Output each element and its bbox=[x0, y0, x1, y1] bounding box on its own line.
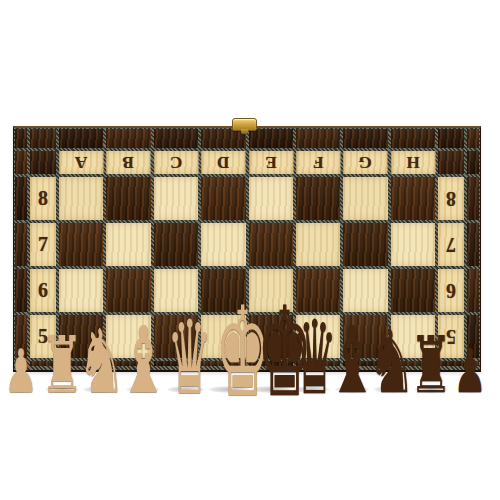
coordinate-letter-h: H bbox=[391, 151, 435, 174]
border-wood-cell bbox=[15, 129, 27, 148]
square-d8 bbox=[201, 177, 245, 220]
square-h8 bbox=[391, 177, 435, 220]
square-b6 bbox=[106, 269, 150, 312]
brass-clasp bbox=[232, 118, 257, 131]
coordinate-number-right-7: 7 bbox=[438, 223, 464, 266]
border-wood-cell bbox=[391, 129, 435, 148]
square-g6 bbox=[343, 269, 387, 312]
square-e8 bbox=[249, 177, 293, 220]
border-wood-cell bbox=[438, 151, 464, 174]
coordinate-number-left-6: 6 bbox=[30, 269, 56, 312]
square-g7 bbox=[343, 223, 387, 266]
square-c7 bbox=[154, 223, 198, 266]
square-a7 bbox=[59, 223, 103, 266]
square-a6 bbox=[59, 269, 103, 312]
coordinate-number-left-7: 7 bbox=[30, 223, 56, 266]
square-h6 bbox=[391, 269, 435, 312]
square-c8 bbox=[154, 177, 198, 220]
coordinate-number-right-8: 8 bbox=[438, 177, 464, 220]
black-pawn-glyph: ♟ bbox=[453, 341, 486, 401]
border-wood-cell bbox=[30, 129, 56, 148]
square-f8 bbox=[296, 177, 340, 220]
border-wood-cell bbox=[467, 151, 479, 174]
square-d7 bbox=[201, 223, 245, 266]
coordinate-letter-c: C bbox=[154, 151, 198, 174]
border-wood-cell bbox=[467, 129, 479, 148]
square-e7 bbox=[249, 223, 293, 266]
border-wood-cell bbox=[467, 177, 479, 220]
coordinate-letter-e: E bbox=[249, 151, 293, 174]
coordinate-letter-b: B bbox=[106, 151, 150, 174]
border-wood-cell bbox=[59, 129, 103, 148]
square-h7 bbox=[391, 223, 435, 266]
coordinate-letter-d: D bbox=[201, 151, 245, 174]
piece-black-pawn: ♟ bbox=[428, 341, 500, 401]
square-a8 bbox=[59, 177, 103, 220]
border-wood-cell bbox=[15, 269, 27, 312]
coordinate-letter-f: F bbox=[296, 151, 340, 174]
border-wood-cell bbox=[106, 129, 150, 148]
square-b7 bbox=[106, 223, 150, 266]
border-wood-cell bbox=[201, 129, 245, 148]
square-f7 bbox=[296, 223, 340, 266]
border-wood-cell bbox=[467, 223, 479, 266]
border-wood-cell bbox=[30, 151, 56, 174]
coordinate-number-right-6: 6 bbox=[438, 269, 464, 312]
border-wood-cell bbox=[15, 151, 27, 174]
border-wood-cell bbox=[15, 177, 27, 220]
border-wood-cell bbox=[154, 129, 198, 148]
product-photo-stage: ABCDEFGH88776655 ♟♜♞♝♛♚♚♛♝♞♜♟ bbox=[0, 0, 500, 500]
border-wood-cell bbox=[343, 129, 387, 148]
coordinate-letter-g: G bbox=[343, 151, 387, 174]
border-wood-cell bbox=[249, 129, 293, 148]
border-wood-cell bbox=[438, 129, 464, 148]
coordinate-letter-a: A bbox=[59, 151, 103, 174]
border-wood-cell bbox=[296, 129, 340, 148]
border-wood-cell bbox=[15, 223, 27, 266]
coordinate-number-left-8: 8 bbox=[30, 177, 56, 220]
square-g8 bbox=[343, 177, 387, 220]
border-wood-cell bbox=[467, 269, 479, 312]
square-b8 bbox=[106, 177, 150, 220]
